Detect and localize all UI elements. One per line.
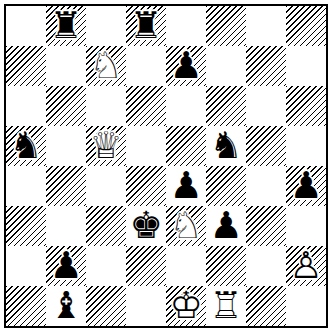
square-e7[interactable]: ♟ — [166, 46, 206, 86]
square-a7[interactable] — [6, 46, 46, 86]
square-d6[interactable] — [126, 86, 166, 126]
square-a6[interactable] — [6, 86, 46, 126]
piece-black-rook: ♜ — [46, 6, 86, 46]
piece-white-knight-fill: ♞ — [86, 46, 126, 86]
piece-white-king: ♔ — [166, 286, 206, 326]
square-a2[interactable] — [6, 246, 46, 286]
square-g3[interactable] — [246, 206, 286, 246]
square-c8[interactable] — [86, 6, 126, 46]
square-c7[interactable]: ♞♘ — [86, 46, 126, 86]
square-b1[interactable]: ♝ — [46, 286, 86, 326]
square-d7[interactable] — [126, 46, 166, 86]
square-e1[interactable]: ♚♔ — [166, 286, 206, 326]
square-a3[interactable] — [6, 206, 46, 246]
chess-diagram: ♜♜♞♘♟♞♛♕♞♟♟♚♞♘♟♟♟♙♝♚♔♜♖ — [0, 0, 332, 332]
piece-white-knight-fill: ♞ — [166, 206, 206, 246]
piece-white-queen: ♕ — [86, 126, 126, 166]
square-e5[interactable] — [166, 126, 206, 166]
square-b5[interactable] — [46, 126, 86, 166]
square-h3[interactable] — [286, 206, 326, 246]
square-f6[interactable] — [206, 86, 246, 126]
square-e3[interactable]: ♞♘ — [166, 206, 206, 246]
square-e2[interactable] — [166, 246, 206, 286]
square-c1[interactable] — [86, 286, 126, 326]
square-h6[interactable] — [286, 86, 326, 126]
square-b6[interactable] — [46, 86, 86, 126]
square-a8[interactable] — [6, 6, 46, 46]
square-c3[interactable] — [86, 206, 126, 246]
square-f8[interactable] — [206, 6, 246, 46]
piece-black-knight: ♞ — [6, 126, 46, 166]
square-g4[interactable] — [246, 166, 286, 206]
square-f5[interactable]: ♞ — [206, 126, 246, 166]
square-d4[interactable] — [126, 166, 166, 206]
square-h2[interactable]: ♟♙ — [286, 246, 326, 286]
square-b8[interactable]: ♜ — [46, 6, 86, 46]
piece-white-knight: ♘ — [86, 46, 126, 86]
square-f3[interactable]: ♟ — [206, 206, 246, 246]
square-h5[interactable] — [286, 126, 326, 166]
piece-black-pawn: ♟ — [286, 166, 326, 206]
square-c4[interactable] — [86, 166, 126, 206]
square-d2[interactable] — [126, 246, 166, 286]
piece-white-rook-fill: ♜ — [206, 286, 246, 326]
square-h4[interactable]: ♟ — [286, 166, 326, 206]
square-g6[interactable] — [246, 86, 286, 126]
piece-white-rook: ♖ — [206, 286, 246, 326]
square-c2[interactable] — [86, 246, 126, 286]
square-d3[interactable]: ♚ — [126, 206, 166, 246]
square-c6[interactable] — [86, 86, 126, 126]
square-h7[interactable] — [286, 46, 326, 86]
piece-white-pawn: ♙ — [286, 246, 326, 286]
square-b7[interactable] — [46, 46, 86, 86]
piece-black-pawn: ♟ — [206, 206, 246, 246]
piece-white-king-fill: ♚ — [166, 286, 206, 326]
square-f7[interactable] — [206, 46, 246, 86]
square-f1[interactable]: ♜♖ — [206, 286, 246, 326]
square-h8[interactable] — [286, 6, 326, 46]
piece-black-bishop: ♝ — [46, 286, 86, 326]
piece-black-pawn: ♟ — [46, 246, 86, 286]
square-f2[interactable] — [206, 246, 246, 286]
square-b4[interactable] — [46, 166, 86, 206]
square-g8[interactable] — [246, 6, 286, 46]
square-e8[interactable] — [166, 6, 206, 46]
square-a5[interactable]: ♞ — [6, 126, 46, 166]
square-g7[interactable] — [246, 46, 286, 86]
square-d5[interactable] — [126, 126, 166, 166]
square-c5[interactable]: ♛♕ — [86, 126, 126, 166]
square-e4[interactable]: ♟ — [166, 166, 206, 206]
square-g1[interactable] — [246, 286, 286, 326]
board-frame: ♜♜♞♘♟♞♛♕♞♟♟♚♞♘♟♟♟♙♝♚♔♜♖ — [4, 4, 328, 328]
piece-black-knight: ♞ — [206, 126, 246, 166]
square-d8[interactable]: ♜ — [126, 6, 166, 46]
piece-black-pawn: ♟ — [166, 166, 206, 206]
piece-white-pawn-fill: ♟ — [286, 246, 326, 286]
chess-board: ♜♜♞♘♟♞♛♕♞♟♟♚♞♘♟♟♟♙♝♚♔♜♖ — [6, 6, 326, 326]
square-f4[interactable] — [206, 166, 246, 206]
piece-white-knight: ♘ — [166, 206, 206, 246]
square-b2[interactable]: ♟ — [46, 246, 86, 286]
square-g2[interactable] — [246, 246, 286, 286]
piece-black-rook: ♜ — [126, 6, 166, 46]
square-h1[interactable] — [286, 286, 326, 326]
square-e6[interactable] — [166, 86, 206, 126]
piece-black-king: ♚ — [126, 206, 166, 246]
piece-black-pawn: ♟ — [166, 46, 206, 86]
square-d1[interactable] — [126, 286, 166, 326]
piece-white-queen-fill: ♛ — [86, 126, 126, 166]
square-a4[interactable] — [6, 166, 46, 206]
square-a1[interactable] — [6, 286, 46, 326]
square-g5[interactable] — [246, 126, 286, 166]
square-b3[interactable] — [46, 206, 86, 246]
